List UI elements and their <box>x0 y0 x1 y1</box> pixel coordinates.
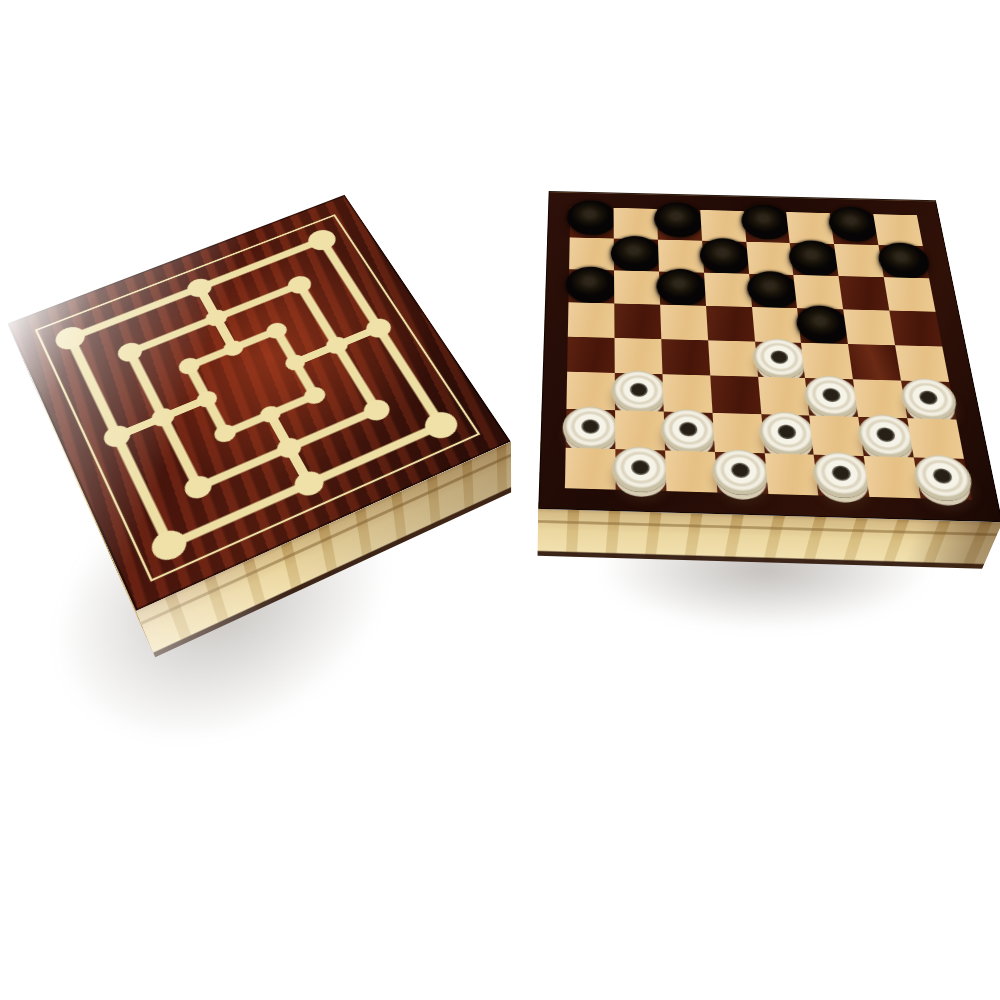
checker-square-dark[interactable] <box>659 271 706 305</box>
product-photo <box>0 0 1000 1000</box>
checker-square-light[interactable] <box>843 309 895 345</box>
checker-piece-white[interactable] <box>660 409 717 454</box>
checker-square-dark[interactable] <box>797 308 848 344</box>
checker-piece-black[interactable] <box>746 271 801 309</box>
checker-square-light[interactable] <box>873 214 922 246</box>
checker-square-dark[interactable] <box>706 306 755 342</box>
checker-piece-black[interactable] <box>567 200 616 235</box>
checker-square-light[interactable] <box>764 453 818 495</box>
checker-square-light[interactable] <box>613 208 657 240</box>
morris-middle-square <box>130 285 377 487</box>
checkers-box <box>538 242 983 569</box>
checker-piece-white[interactable] <box>758 411 818 456</box>
checker-square-light[interactable] <box>615 410 665 450</box>
checker-square-dark[interactable] <box>754 341 805 378</box>
checker-square-light[interactable] <box>700 210 746 242</box>
checker-square-dark[interactable] <box>614 238 659 271</box>
checker-piece-black[interactable] <box>611 236 661 273</box>
checker-square-dark[interactable] <box>702 241 749 274</box>
checker-square-light[interactable] <box>712 413 764 453</box>
checker-square-dark[interactable] <box>761 414 814 454</box>
checker-square-dark[interactable] <box>567 336 615 373</box>
morris-point[interactable] <box>202 307 230 329</box>
checker-piece-white[interactable] <box>711 449 771 496</box>
morris-point[interactable] <box>290 467 328 500</box>
checker-piece-black[interactable] <box>875 242 932 279</box>
checker-square-dark[interactable] <box>848 344 901 381</box>
checker-square-light[interactable] <box>660 304 708 340</box>
checker-square-light[interactable] <box>614 270 660 304</box>
checkers-board <box>538 191 1000 522</box>
checker-piece-white[interactable] <box>898 378 960 421</box>
checker-piece-black[interactable] <box>654 202 704 237</box>
morris-point[interactable] <box>360 396 394 424</box>
checker-square-dark[interactable] <box>749 274 798 308</box>
checker-square-light[interactable] <box>568 302 615 337</box>
morris-box <box>30 249 512 657</box>
checker-square-light[interactable] <box>746 242 794 275</box>
checker-square-light[interactable] <box>658 240 704 273</box>
checker-square-dark[interactable] <box>661 339 710 376</box>
checker-square-light[interactable] <box>810 416 864 456</box>
morris-point[interactable] <box>115 340 146 365</box>
checker-square-dark[interactable] <box>879 245 930 278</box>
morris-point[interactable] <box>52 323 89 353</box>
checker-square-dark[interactable] <box>830 213 879 245</box>
morris-point[interactable] <box>181 472 216 502</box>
morris-board <box>7 195 510 611</box>
checker-square-light[interactable] <box>884 277 936 311</box>
morris-point[interactable] <box>304 227 340 254</box>
checker-square-light[interactable] <box>662 374 712 413</box>
checker-square-light[interactable] <box>704 272 752 306</box>
checker-piece-white[interactable] <box>563 406 619 451</box>
checker-piece-white[interactable] <box>612 370 667 413</box>
morris-point[interactable] <box>148 405 177 430</box>
checker-square-dark[interactable] <box>805 378 858 417</box>
checker-square-light[interactable] <box>614 338 662 375</box>
checker-square-light[interactable] <box>758 377 810 416</box>
checker-square-dark[interactable] <box>663 412 714 452</box>
checker-piece-black[interactable] <box>566 266 617 304</box>
checker-square-light[interactable] <box>907 418 964 459</box>
checker-square-light[interactable] <box>708 340 758 377</box>
checker-piece-black[interactable] <box>656 269 709 307</box>
checker-square-dark[interactable] <box>790 243 839 276</box>
morris-point[interactable] <box>100 422 133 451</box>
checker-piece-white[interactable] <box>910 454 975 501</box>
checker-square-dark[interactable] <box>914 458 972 500</box>
morris-point[interactable] <box>273 435 305 462</box>
checker-square-light[interactable] <box>895 345 949 382</box>
checker-square-dark[interactable] <box>657 209 702 241</box>
checker-piece-black[interactable] <box>699 238 751 275</box>
checker-square-light[interactable] <box>864 456 921 498</box>
checker-piece-white[interactable] <box>612 446 669 493</box>
checker-square-dark[interactable] <box>570 207 614 239</box>
checker-square-dark[interactable] <box>615 449 666 491</box>
checker-piece-black[interactable] <box>787 240 842 277</box>
checker-square-dark[interactable] <box>743 211 790 243</box>
morris-point[interactable] <box>147 525 191 565</box>
checker-square-dark[interactable] <box>901 381 956 420</box>
checker-square-dark[interactable] <box>615 373 664 412</box>
checker-square-light[interactable] <box>566 372 615 410</box>
scene <box>0 0 1000 1000</box>
morris-inner-square <box>189 331 314 434</box>
checker-square-dark[interactable] <box>814 455 870 497</box>
morris-point[interactable] <box>284 273 314 296</box>
checkers-grid <box>565 207 972 500</box>
checker-square-light[interactable] <box>787 212 835 244</box>
checker-square-dark[interactable] <box>568 269 614 303</box>
checkers-frame <box>538 191 1000 522</box>
checker-square-dark[interactable] <box>714 452 767 494</box>
checker-piece-black[interactable] <box>826 207 880 242</box>
checker-square-light[interactable] <box>834 244 884 277</box>
checker-square-light[interactable] <box>801 342 853 379</box>
checker-square-dark[interactable] <box>710 376 761 415</box>
checker-square-light[interactable] <box>751 307 801 343</box>
checker-square-light[interactable] <box>853 380 907 419</box>
checker-square-dark[interactable] <box>566 409 616 449</box>
checker-square-dark[interactable] <box>858 417 913 457</box>
checker-square-dark[interactable] <box>839 276 890 310</box>
checker-square-light[interactable] <box>794 275 844 309</box>
checker-square-light[interactable] <box>665 451 717 493</box>
checker-square-light[interactable] <box>565 448 616 490</box>
checker-square-dark[interactable] <box>889 310 942 346</box>
checker-square-light[interactable] <box>569 237 614 270</box>
checker-square-dark[interactable] <box>614 303 661 339</box>
checker-piece-black[interactable] <box>740 204 792 239</box>
morris-diagram <box>7 195 510 611</box>
morris-point[interactable] <box>362 315 395 341</box>
checker-piece-white[interactable] <box>751 338 808 380</box>
morris-point[interactable] <box>184 276 215 301</box>
morris-point[interactable] <box>420 408 463 443</box>
